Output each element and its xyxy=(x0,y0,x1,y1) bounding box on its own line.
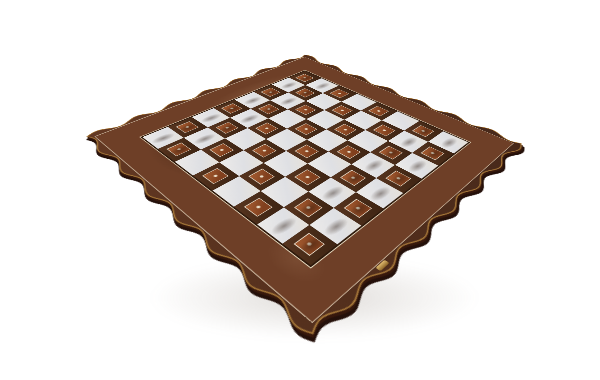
piece-black-pawn: ♟ xyxy=(144,73,217,154)
piece-white-rook: ♜ xyxy=(274,167,348,249)
chess-set-product-photo: ♜♞♝♛♚♝♞♜♟♟♟♟♟♟♟♟♟♟♟♟♟♟♟♟♜♞♝♛♚♝♞♜ ABCDEFG… xyxy=(0,0,600,380)
